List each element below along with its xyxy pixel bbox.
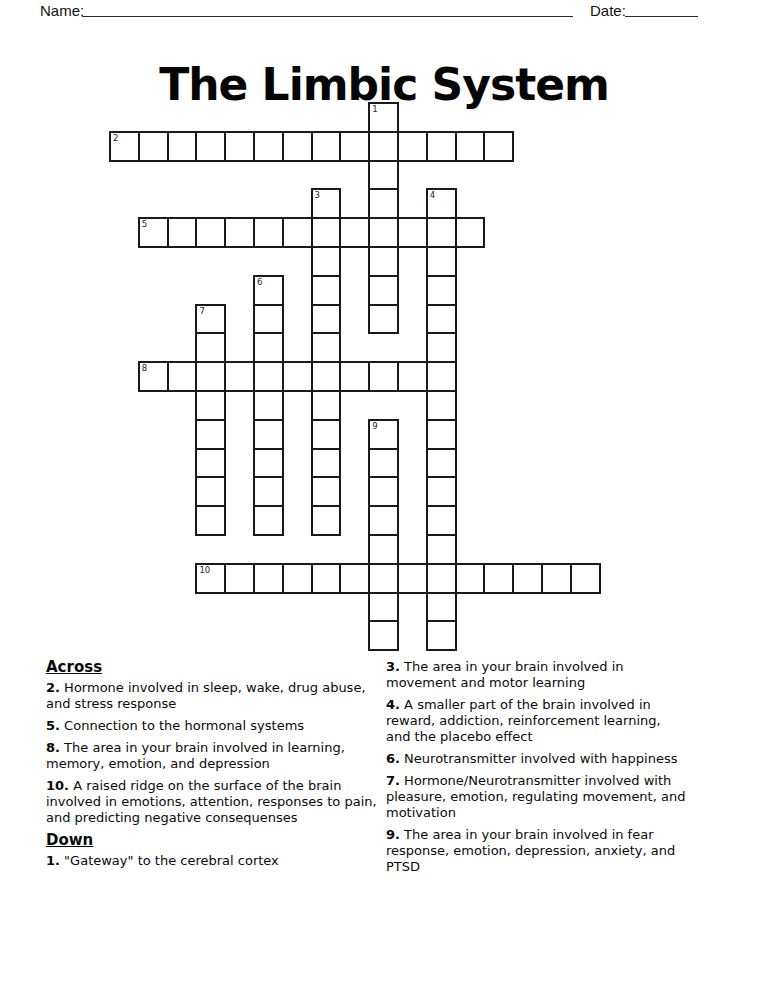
clue-text: Neurotransmitter involved with happiness xyxy=(400,751,677,766)
clue-number: 2. xyxy=(46,680,60,695)
name-label: Name: xyxy=(40,2,84,19)
grid-cell[interactable] xyxy=(311,332,342,363)
clue-text: Connection to the hormonal systems xyxy=(60,718,304,733)
clue-number: 1. xyxy=(46,853,60,868)
grid-cell[interactable] xyxy=(368,476,399,507)
grid-cell[interactable] xyxy=(426,476,457,507)
grid-cell[interactable] xyxy=(368,534,399,565)
grid-cell[interactable] xyxy=(368,131,399,162)
clue-item: 1. "Gateway" to the cerebral cortex xyxy=(46,853,380,869)
grid-cell[interactable] xyxy=(397,563,428,594)
clue-item: 8. The area in your brain involved in le… xyxy=(46,740,380,772)
cell-number-label: 8 xyxy=(142,363,147,373)
grid-cell[interactable]: 7 xyxy=(195,304,226,335)
clue-item: 9. The area in your brain involved in fe… xyxy=(386,827,686,876)
grid-cell[interactable] xyxy=(426,448,457,479)
grid-cell[interactable] xyxy=(195,476,226,507)
grid-cell[interactable] xyxy=(253,390,284,421)
grid-cell[interactable] xyxy=(368,448,399,479)
grid-cell[interactable] xyxy=(253,505,284,536)
grid-cell[interactable] xyxy=(368,304,399,335)
cell-number-label: 7 xyxy=(199,306,204,316)
grid-cell[interactable] xyxy=(426,563,457,594)
clue-number: 5. xyxy=(46,718,60,733)
grid-cell[interactable]: 2 xyxy=(109,131,140,162)
grid-cell[interactable] xyxy=(455,217,486,248)
grid-cell[interactable] xyxy=(311,246,342,277)
grid-cell[interactable] xyxy=(253,332,284,363)
grid-cell[interactable] xyxy=(426,620,457,651)
clue-number: 6. xyxy=(386,751,400,766)
clues-left-column: Across2. Hormone involved in sleep, wake… xyxy=(46,659,380,875)
grid-cell[interactable] xyxy=(426,419,457,450)
grid-cell[interactable] xyxy=(311,361,342,392)
grid-cell[interactable] xyxy=(167,217,198,248)
cell-number-label: 1 xyxy=(372,104,377,114)
clue-text: Hormone/Neurotransmitter involved with p… xyxy=(386,773,685,820)
grid-cell[interactable] xyxy=(253,448,284,479)
cell-number-label: 4 xyxy=(430,190,435,200)
date-label: Date: xyxy=(590,2,626,19)
clues-right-column: 3. The area in your brain involved in mo… xyxy=(386,659,686,881)
grid-cell[interactable]: 9 xyxy=(368,419,399,450)
grid-cell[interactable] xyxy=(541,563,572,594)
grid-cell[interactable] xyxy=(368,188,399,219)
cell-number-label: 10 xyxy=(199,565,210,575)
grid-cell[interactable] xyxy=(512,563,543,594)
grid-cell[interactable] xyxy=(397,131,428,162)
grid-cell[interactable] xyxy=(167,131,198,162)
name-line[interactable] xyxy=(82,1,573,17)
clue-text: A smaller part of the brain involved in … xyxy=(386,697,661,744)
grid-cell[interactable] xyxy=(195,361,226,392)
clue-item: 5. Connection to the hormonal systems xyxy=(46,718,380,734)
cell-number-label: 3 xyxy=(315,190,320,200)
grid-cell[interactable] xyxy=(253,217,284,248)
clue-number: 10. xyxy=(46,778,69,793)
grid-cell[interactable] xyxy=(455,563,486,594)
grid-cell[interactable] xyxy=(282,131,313,162)
clue-text: The area in your brain involved in learn… xyxy=(46,740,345,771)
grid-cell[interactable] xyxy=(224,563,255,594)
clue-item: 10. A raised ridge on the surface of the… xyxy=(46,778,380,827)
clue-item: 2. Hormone involved in sleep, wake, drug… xyxy=(46,680,380,712)
clue-text: "Gateway" to the cerebral cortex xyxy=(60,853,279,868)
grid-cell[interactable] xyxy=(138,131,169,162)
grid-cell[interactable]: 6 xyxy=(253,275,284,306)
grid-cell[interactable] xyxy=(426,592,457,623)
clue-number: 4. xyxy=(386,697,400,712)
grid-cell[interactable] xyxy=(368,361,399,392)
clue-section-heading: Down xyxy=(46,832,380,848)
worksheet-page: { "game": "crossword", "title": "The Lim… xyxy=(0,0,768,994)
cell-number-label: 5 xyxy=(142,219,147,229)
grid-cell[interactable] xyxy=(397,361,428,392)
clue-number: 9. xyxy=(386,827,400,842)
clue-number: 3. xyxy=(386,659,400,674)
grid-cell[interactable] xyxy=(311,275,342,306)
grid-cell[interactable] xyxy=(311,131,342,162)
grid-cell[interactable] xyxy=(311,505,342,536)
grid-cell[interactable] xyxy=(426,505,457,536)
grid-cell[interactable] xyxy=(253,476,284,507)
clue-text: A raised ridge on the surface of the bra… xyxy=(46,778,377,825)
grid-cell[interactable] xyxy=(195,419,226,450)
grid-cell[interactable] xyxy=(311,563,342,594)
grid-cell[interactable] xyxy=(224,361,255,392)
grid-cell[interactable] xyxy=(426,275,457,306)
grid-cell[interactable] xyxy=(253,304,284,335)
clue-section-heading: Across xyxy=(46,659,380,675)
grid-cell[interactable] xyxy=(426,246,457,277)
grid-cell[interactable] xyxy=(195,448,226,479)
grid-cell[interactable] xyxy=(368,592,399,623)
grid-cell[interactable]: 1 xyxy=(368,102,399,133)
grid-cell[interactable] xyxy=(455,131,486,162)
grid-cell[interactable] xyxy=(339,361,370,392)
date-line[interactable] xyxy=(625,1,698,17)
grid-cell[interactable] xyxy=(426,217,457,248)
clue-item: 4. A smaller part of the brain involved … xyxy=(386,697,686,746)
grid-cell[interactable] xyxy=(426,131,457,162)
clue-item: 7. Hormone/Neurotransmitter involved wit… xyxy=(386,773,686,822)
grid-cell[interactable] xyxy=(397,217,428,248)
grid-cell[interactable] xyxy=(570,563,601,594)
grid-cell[interactable] xyxy=(368,160,399,191)
grid-cell[interactable] xyxy=(224,131,255,162)
clue-text: The area in your brain involved in fear … xyxy=(386,827,675,874)
grid-cell[interactable]: 8 xyxy=(138,361,169,392)
clue-number: 7. xyxy=(386,773,400,788)
grid-cell[interactable]: 3 xyxy=(311,188,342,219)
grid-cell[interactable] xyxy=(368,217,399,248)
grid-cell[interactable] xyxy=(426,534,457,565)
grid-cell[interactable] xyxy=(253,419,284,450)
grid-cell[interactable] xyxy=(368,620,399,651)
grid-cell[interactable] xyxy=(195,131,226,162)
grid-cell[interactable] xyxy=(253,361,284,392)
grid-cell[interactable] xyxy=(195,217,226,248)
grid-cell[interactable]: 10 xyxy=(195,563,226,594)
grid-cell[interactable] xyxy=(167,361,198,392)
grid-cell[interactable]: 5 xyxy=(138,217,169,248)
clue-item: 6. Neurotransmitter involved with happin… xyxy=(386,751,686,767)
cell-number-label: 9 xyxy=(372,421,377,431)
grid-cell[interactable] xyxy=(195,332,226,363)
grid-cell[interactable] xyxy=(195,390,226,421)
grid-cell[interactable] xyxy=(224,217,255,248)
grid-cell[interactable] xyxy=(311,419,342,450)
grid-cell[interactable] xyxy=(339,217,370,248)
grid-cell[interactable] xyxy=(195,505,226,536)
grid-cell[interactable] xyxy=(483,563,514,594)
grid-cell[interactable] xyxy=(311,476,342,507)
grid-cell[interactable] xyxy=(368,246,399,277)
grid-cell[interactable] xyxy=(311,390,342,421)
grid-cell[interactable] xyxy=(253,131,284,162)
grid-cell[interactable] xyxy=(282,361,313,392)
grid-cell[interactable] xyxy=(282,563,313,594)
grid-cell[interactable] xyxy=(426,390,457,421)
grid-cell[interactable] xyxy=(426,332,457,363)
clue-number: 8. xyxy=(46,740,60,755)
grid-cell[interactable] xyxy=(426,361,457,392)
grid-cell[interactable] xyxy=(339,563,370,594)
grid-cell[interactable]: 4 xyxy=(426,188,457,219)
crossword-grid: 12345678910 xyxy=(110,103,602,653)
grid-cell[interactable] xyxy=(368,275,399,306)
cell-number-label: 2 xyxy=(113,133,118,143)
grid-cell[interactable] xyxy=(368,505,399,536)
clue-item: 3. The area in your brain involved in mo… xyxy=(386,659,686,691)
grid-cell[interactable] xyxy=(339,131,370,162)
grid-cell[interactable] xyxy=(368,563,399,594)
cell-number-label: 6 xyxy=(257,277,262,287)
grid-cell[interactable] xyxy=(311,217,342,248)
grid-cell[interactable] xyxy=(253,563,284,594)
grid-cell[interactable] xyxy=(483,131,514,162)
grid-cell[interactable] xyxy=(311,304,342,335)
grid-cell[interactable] xyxy=(426,304,457,335)
clue-text: The area in your brain involved in movem… xyxy=(386,659,623,690)
grid-cell[interactable] xyxy=(311,448,342,479)
clue-text: Hormone involved in sleep, wake, drug ab… xyxy=(46,680,366,711)
grid-cell[interactable] xyxy=(282,217,313,248)
